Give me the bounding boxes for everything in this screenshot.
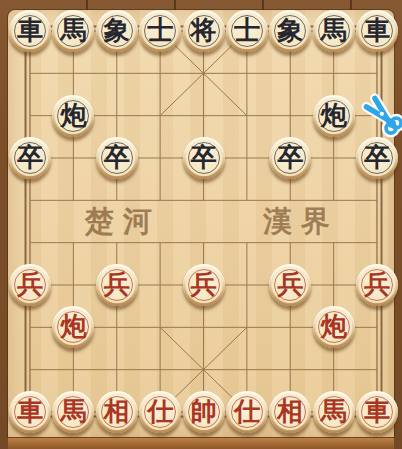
piece-black-soldier[interactable]: 卒 <box>183 137 225 179</box>
piece-glyph: 仕 <box>147 398 173 424</box>
piece-face: 兵 <box>359 267 395 303</box>
piece-black-advisor[interactable]: 士 <box>226 10 268 52</box>
piece-face: 卒 <box>359 140 395 176</box>
piece-glyph: 将 <box>191 17 217 43</box>
piece-red-soldier[interactable]: 兵 <box>9 264 51 306</box>
piece-black-elephant[interactable]: 象 <box>269 10 311 52</box>
xiangqi-app-canvas: 楚河 漢界 車馬象士将士象馬車炮炮卒卒卒卒卒兵兵兵兵兵炮炮車馬相仕帥仕相馬車 <box>0 0 402 449</box>
piece-face: 兵 <box>186 267 222 303</box>
piece-face: 車 <box>359 13 395 49</box>
piece-red-soldier[interactable]: 兵 <box>269 264 311 306</box>
piece-glyph: 炮 <box>321 102 347 128</box>
river-label-chu: 楚河 <box>85 202 161 242</box>
piece-glyph: 兵 <box>104 271 130 297</box>
piece-glyph: 象 <box>104 17 130 43</box>
piece-face: 馬 <box>316 13 352 49</box>
piece-glyph: 卒 <box>17 144 43 170</box>
piece-red-elephant[interactable]: 相 <box>96 391 138 433</box>
piece-face: 卒 <box>186 140 222 176</box>
piece-glyph: 卒 <box>104 144 130 170</box>
piece-glyph: 車 <box>17 398 43 424</box>
piece-black-advisor[interactable]: 士 <box>139 10 181 52</box>
piece-black-elephant[interactable]: 象 <box>96 10 138 52</box>
piece-face: 卒 <box>272 140 308 176</box>
scissors-icon[interactable] <box>361 93 402 140</box>
piece-glyph: 炮 <box>60 313 86 339</box>
piece-red-chariot[interactable]: 車 <box>356 391 398 433</box>
piece-glyph: 馬 <box>60 398 86 424</box>
piece-red-soldier[interactable]: 兵 <box>96 264 138 306</box>
piece-glyph: 馬 <box>60 17 86 43</box>
piece-glyph: 兵 <box>191 271 217 297</box>
piece-glyph: 卒 <box>191 144 217 170</box>
piece-face: 馬 <box>55 13 91 49</box>
piece-glyph: 象 <box>277 17 303 43</box>
piece-face: 相 <box>99 394 135 430</box>
piece-black-chariot[interactable]: 車 <box>356 10 398 52</box>
piece-black-soldier[interactable]: 卒 <box>96 137 138 179</box>
piece-red-advisor[interactable]: 仕 <box>226 391 268 433</box>
piece-black-soldier[interactable]: 卒 <box>9 137 51 179</box>
piece-red-horse[interactable]: 馬 <box>313 391 355 433</box>
piece-black-horse[interactable]: 馬 <box>313 10 355 52</box>
piece-glyph: 炮 <box>321 313 347 339</box>
piece-glyph: 馬 <box>321 398 347 424</box>
piece-face: 象 <box>99 13 135 49</box>
piece-face: 仕 <box>229 394 265 430</box>
piece-glyph: 帥 <box>191 398 217 424</box>
piece-red-elephant[interactable]: 相 <box>269 391 311 433</box>
piece-glyph: 馬 <box>321 17 347 43</box>
piece-black-cannon[interactable]: 炮 <box>313 95 355 137</box>
piece-face: 士 <box>229 13 265 49</box>
piece-face: 帥 <box>186 394 222 430</box>
piece-face: 相 <box>272 394 308 430</box>
piece-glyph: 相 <box>104 398 130 424</box>
piece-face: 卒 <box>99 140 135 176</box>
piece-glyph: 車 <box>364 398 390 424</box>
piece-black-general[interactable]: 将 <box>183 10 225 52</box>
piece-black-soldier[interactable]: 卒 <box>356 137 398 179</box>
piece-glyph: 卒 <box>364 144 390 170</box>
piece-face: 将 <box>186 13 222 49</box>
piece-face: 象 <box>272 13 308 49</box>
piece-face: 車 <box>12 394 48 430</box>
piece-face: 兵 <box>272 267 308 303</box>
piece-face: 兵 <box>12 267 48 303</box>
piece-glyph: 兵 <box>17 271 43 297</box>
piece-red-cannon[interactable]: 炮 <box>313 306 355 348</box>
piece-glyph: 炮 <box>60 102 86 128</box>
piece-glyph: 車 <box>364 17 390 43</box>
piece-face: 卒 <box>12 140 48 176</box>
piece-glyph: 仕 <box>234 398 260 424</box>
piece-black-cannon[interactable]: 炮 <box>52 95 94 137</box>
river-label-han: 漢界 <box>263 202 339 242</box>
piece-face: 炮 <box>55 309 91 345</box>
piece-glyph: 士 <box>234 17 260 43</box>
piece-black-chariot[interactable]: 車 <box>9 10 51 52</box>
piece-face: 士 <box>142 13 178 49</box>
piece-face: 仕 <box>142 394 178 430</box>
piece-glyph: 士 <box>147 17 173 43</box>
piece-face: 車 <box>12 13 48 49</box>
piece-face: 馬 <box>55 394 91 430</box>
piece-face: 兵 <box>99 267 135 303</box>
piece-glyph: 相 <box>277 398 303 424</box>
piece-red-advisor[interactable]: 仕 <box>139 391 181 433</box>
piece-red-soldier[interactable]: 兵 <box>183 264 225 306</box>
piece-face: 車 <box>359 394 395 430</box>
piece-glyph: 兵 <box>364 271 390 297</box>
piece-face: 馬 <box>316 394 352 430</box>
piece-red-chariot[interactable]: 車 <box>9 391 51 433</box>
piece-glyph: 卒 <box>277 144 303 170</box>
piece-face: 炮 <box>55 98 91 134</box>
piece-black-soldier[interactable]: 卒 <box>269 137 311 179</box>
piece-glyph: 兵 <box>277 271 303 297</box>
piece-face: 炮 <box>316 309 352 345</box>
board-bottom-bevel <box>8 437 394 449</box>
piece-face: 炮 <box>316 98 352 134</box>
piece-red-general[interactable]: 帥 <box>183 391 225 433</box>
piece-red-soldier[interactable]: 兵 <box>356 264 398 306</box>
piece-glyph: 車 <box>17 17 43 43</box>
